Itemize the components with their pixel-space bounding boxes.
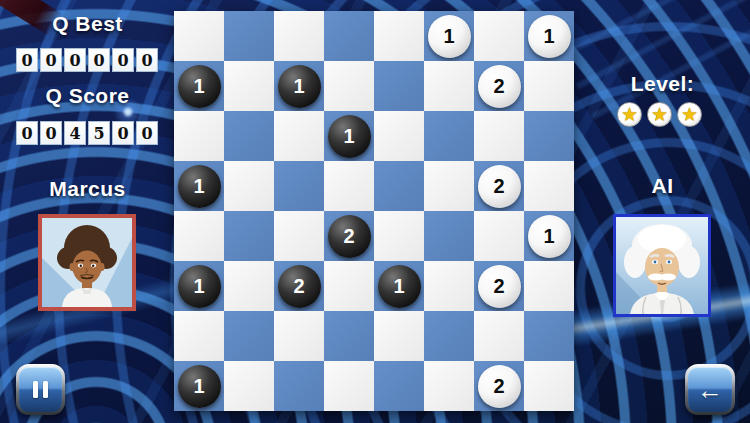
checker-piece-black[interactable]: 2 [278, 265, 321, 308]
board-square-h7[interactable] [524, 61, 574, 111]
board-square-b7[interactable] [224, 61, 274, 111]
board-square-e5[interactable] [374, 161, 424, 211]
checkers-board: 1111211221121212 [174, 11, 574, 411]
board-square-e1[interactable] [374, 361, 424, 411]
checker-piece-black[interactable]: 1 [178, 365, 221, 408]
pause-button[interactable] [16, 364, 65, 415]
board-square-c1[interactable] [274, 361, 324, 411]
q-best-counter: 0 0 0 0 0 0 [16, 48, 158, 72]
counter-digit: 0 [16, 121, 38, 145]
back-arrow-icon: ← [697, 377, 723, 403]
checker-piece-white[interactable]: 1 [428, 15, 471, 58]
player-name-right: AI [575, 174, 750, 198]
board-square-a6[interactable] [174, 111, 224, 161]
level-stars: ★ ★ ★ [617, 102, 702, 127]
level-label: Level: [575, 72, 750, 96]
board-square-e4[interactable] [374, 211, 424, 261]
board-square-c7[interactable]: 1 [274, 61, 324, 111]
einstein-cartoon [616, 217, 708, 314]
board-square-d8[interactable] [324, 11, 374, 61]
board-square-g4[interactable] [474, 211, 524, 261]
board-square-f7[interactable] [424, 61, 474, 111]
player-avatar-ai [613, 214, 711, 317]
player-name-left: Marcus [0, 177, 175, 201]
board-square-a1[interactable]: 1 [174, 361, 224, 411]
board-square-g1[interactable]: 2 [474, 361, 524, 411]
star-badge: ★ [677, 102, 702, 127]
board-square-h4[interactable]: 1 [524, 211, 574, 261]
board-square-e7[interactable] [374, 61, 424, 111]
board-square-g5[interactable]: 2 [474, 161, 524, 211]
checker-piece-white[interactable]: 1 [528, 215, 571, 258]
board-square-c8[interactable] [274, 11, 324, 61]
board-square-b5[interactable] [224, 161, 274, 211]
counter-digit: 0 [64, 48, 86, 72]
board-square-h5[interactable] [524, 161, 574, 211]
q-best-label: Q Best [0, 12, 175, 36]
counter-digit: 0 [88, 48, 110, 72]
board-square-e3[interactable]: 1 [374, 261, 424, 311]
board-square-f5[interactable] [424, 161, 474, 211]
checker-piece-black[interactable]: 1 [278, 65, 321, 108]
board-square-g2[interactable] [474, 311, 524, 361]
checker-piece-black[interactable]: 1 [178, 165, 221, 208]
checker-piece-black[interactable]: 1 [178, 265, 221, 308]
star-badge: ★ [617, 102, 642, 127]
board-square-d3[interactable] [324, 261, 374, 311]
q-score-counter: 0 0 4 5 0 0 [16, 121, 158, 145]
board-square-d7[interactable] [324, 61, 374, 111]
board-square-c5[interactable] [274, 161, 324, 211]
board-square-g3[interactable]: 2 [474, 261, 524, 311]
board-square-c2[interactable] [274, 311, 324, 361]
counter-digit: 4 [64, 121, 86, 145]
counter-digit: 5 [88, 121, 110, 145]
board-square-a4[interactable] [174, 211, 224, 261]
star-icon: ★ [681, 105, 698, 124]
board-square-f6[interactable] [424, 111, 474, 161]
board-square-e6[interactable] [374, 111, 424, 161]
back-button[interactable]: ← [685, 364, 735, 415]
board-square-f4[interactable] [424, 211, 474, 261]
board-square-a5[interactable]: 1 [174, 161, 224, 211]
game-screen: Q Best 0 0 0 0 0 0 Q Score 0 0 4 5 0 0 M… [0, 0, 750, 423]
counter-digit: 0 [136, 48, 158, 72]
board-square-f1[interactable] [424, 361, 474, 411]
board-square-f2[interactable] [424, 311, 474, 361]
checker-piece-white[interactable]: 2 [478, 165, 521, 208]
board-square-d6[interactable]: 1 [324, 111, 374, 161]
board-square-b1[interactable] [224, 361, 274, 411]
board-square-h3[interactable] [524, 261, 574, 311]
board-square-h2[interactable] [524, 311, 574, 361]
board-square-f8[interactable]: 1 [424, 11, 474, 61]
back-button-face: ← [688, 367, 732, 412]
checker-piece-black[interactable]: 1 [328, 115, 371, 158]
board-square-a7[interactable]: 1 [174, 61, 224, 111]
counter-digit: 0 [16, 48, 38, 72]
board-square-c6[interactable] [274, 111, 324, 161]
checker-piece-black[interactable]: 1 [378, 265, 421, 308]
board-square-g6[interactable] [474, 111, 524, 161]
player-avatar-marcus [38, 214, 136, 311]
cartoon-man-with-afro [42, 218, 132, 307]
board-square-d2[interactable] [324, 311, 374, 361]
board-square-e8[interactable] [374, 11, 424, 61]
checker-piece-black[interactable]: 1 [178, 65, 221, 108]
counter-digit: 0 [40, 121, 62, 145]
star-badge: ★ [647, 102, 672, 127]
counter-digit: 0 [112, 121, 134, 145]
board-square-d1[interactable] [324, 361, 374, 411]
pause-icon [33, 381, 48, 398]
board-square-e2[interactable] [374, 311, 424, 361]
counter-digit: 0 [112, 48, 134, 72]
star-icon: ★ [621, 105, 638, 124]
q-score-label: Q Score [0, 84, 175, 108]
board-square-g8[interactable] [474, 11, 524, 61]
board-square-f3[interactable] [424, 261, 474, 311]
board-square-b8[interactable] [224, 11, 274, 61]
board-square-c3[interactable]: 2 [274, 261, 324, 311]
counter-digit: 0 [40, 48, 62, 72]
checker-piece-white[interactable]: 2 [478, 365, 521, 408]
board-square-b3[interactable] [224, 261, 274, 311]
star-icon: ★ [651, 105, 668, 124]
board-square-a8[interactable] [174, 11, 224, 61]
checker-piece-white[interactable]: 2 [478, 65, 521, 108]
board-square-b2[interactable] [224, 311, 274, 361]
board-square-a2[interactable] [174, 311, 224, 361]
board-square-h8[interactable]: 1 [524, 11, 574, 61]
board-square-d4[interactable]: 2 [324, 211, 374, 261]
board-square-c4[interactable] [274, 211, 324, 261]
board-square-d5[interactable] [324, 161, 374, 211]
pause-button-face [19, 367, 62, 412]
board-square-b4[interactable] [224, 211, 274, 261]
board-square-h1[interactable] [524, 361, 574, 411]
board-square-h6[interactable] [524, 111, 574, 161]
counter-digit: 0 [136, 121, 158, 145]
checker-piece-white[interactable]: 2 [478, 265, 521, 308]
board-square-a3[interactable]: 1 [174, 261, 224, 311]
checker-piece-white[interactable]: 1 [528, 15, 571, 58]
board-square-g7[interactable]: 2 [474, 61, 524, 111]
board-square-b6[interactable] [224, 111, 274, 161]
checker-piece-black[interactable]: 2 [328, 215, 371, 258]
